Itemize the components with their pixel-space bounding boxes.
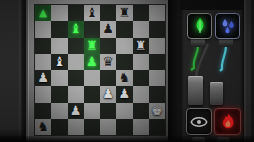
- piece-green-triangle[interactable]: ▲: [39, 5, 47, 21]
- square-h7[interactable]: [149, 21, 165, 37]
- floor-shadow-strip: [0, 136, 254, 142]
- square-a4[interactable]: ♟: [35, 70, 51, 86]
- wall-shadow-gap: [168, 0, 180, 142]
- square-g4[interactable]: [133, 70, 149, 86]
- leaf-socket-plate[interactable]: [187, 13, 212, 39]
- square-c3[interactable]: [68, 86, 84, 102]
- plug-right[interactable]: [210, 82, 223, 105]
- square-h5[interactable]: [149, 54, 165, 70]
- square-a6[interactable]: [35, 38, 51, 54]
- square-c2[interactable]: ♟: [68, 103, 84, 119]
- square-h6[interactable]: [149, 38, 165, 54]
- square-f6[interactable]: [116, 38, 132, 54]
- square-a2[interactable]: [35, 103, 51, 119]
- square-e6[interactable]: [100, 38, 116, 54]
- square-c8[interactable]: [68, 5, 84, 21]
- water-socket-stub[interactable]: [219, 38, 233, 47]
- piece-white-bishop[interactable]: ♝: [54, 54, 66, 70]
- piece-black-bishop[interactable]: ♝: [86, 5, 98, 21]
- square-b4[interactable]: [51, 70, 67, 86]
- square-b3[interactable]: [51, 86, 67, 102]
- square-d5[interactable]: ♟: [84, 54, 100, 70]
- chess-board[interactable]: ▲♝♜♝♟♜♜♝♟♛♟♞♟♟♟♚♞: [35, 5, 165, 135]
- square-f7[interactable]: [116, 21, 132, 37]
- square-e8[interactable]: [100, 5, 116, 21]
- plug-left[interactable]: [188, 76, 203, 105]
- square-h2[interactable]: ♚: [149, 103, 165, 119]
- square-g3[interactable]: [133, 86, 149, 102]
- square-g7[interactable]: [133, 21, 149, 37]
- piece-green-bishop[interactable]: ♝: [70, 21, 82, 37]
- piece-green-pawn[interactable]: ♟: [86, 54, 98, 70]
- square-d4[interactable]: [84, 70, 100, 86]
- square-f1[interactable]: [116, 119, 132, 135]
- square-f4[interactable]: ♞: [116, 70, 132, 86]
- square-b8[interactable]: [51, 5, 67, 21]
- square-e2[interactable]: [100, 103, 116, 119]
- piece-white-rook[interactable]: ♜: [135, 38, 147, 54]
- piece-black-knight[interactable]: ♞: [119, 70, 131, 86]
- square-d2[interactable]: [84, 103, 100, 119]
- square-d3[interactable]: [84, 86, 100, 102]
- piece-white-king[interactable]: ♚: [151, 103, 163, 119]
- square-b6[interactable]: [51, 38, 67, 54]
- square-f2[interactable]: [116, 103, 132, 119]
- chess-board-frame: ▲♝♜♝♟♜♜♝♟♛♟♞♟♟♟♚♞: [26, 0, 172, 142]
- leaf-socket-stub[interactable]: [191, 38, 205, 47]
- square-b7[interactable]: [51, 21, 67, 37]
- fire-plate[interactable]: [214, 108, 241, 135]
- square-d7[interactable]: [84, 21, 100, 37]
- piece-black-knight[interactable]: ♞: [37, 119, 49, 135]
- square-c5[interactable]: [68, 54, 84, 70]
- square-g6[interactable]: ♜: [133, 38, 149, 54]
- square-c1[interactable]: [68, 119, 84, 135]
- water-socket-plate[interactable]: [215, 13, 240, 39]
- square-d1[interactable]: [84, 119, 100, 135]
- fire-icon: [221, 113, 235, 130]
- piece-black-pawn[interactable]: ♟: [102, 21, 114, 37]
- square-h4[interactable]: [149, 70, 165, 86]
- square-b1[interactable]: [51, 119, 67, 135]
- side-panel: [180, 0, 254, 142]
- square-e1[interactable]: [100, 119, 116, 135]
- eye-icon: [190, 116, 208, 128]
- square-g5[interactable]: [133, 54, 149, 70]
- panel-top-shadow: [180, 0, 254, 10]
- piece-green-rook[interactable]: ♜: [86, 38, 98, 54]
- square-c7[interactable]: ♝: [68, 21, 84, 37]
- piece-white-pawn[interactable]: ♟: [102, 86, 114, 102]
- square-a8[interactable]: ▲: [35, 5, 51, 21]
- piece-black-queen[interactable]: ♛: [102, 54, 114, 70]
- square-h8[interactable]: [149, 5, 165, 21]
- square-g1[interactable]: [133, 119, 149, 135]
- leaf-icon: [193, 17, 207, 35]
- square-a7[interactable]: [35, 21, 51, 37]
- square-b5[interactable]: ♝: [51, 54, 67, 70]
- square-b2[interactable]: [51, 103, 67, 119]
- water-drops-icon: [220, 17, 236, 35]
- square-f3[interactable]: ♟: [116, 86, 132, 102]
- piece-black-rook[interactable]: ♜: [119, 5, 131, 21]
- piece-white-pawn[interactable]: ♟: [119, 86, 131, 102]
- square-a5[interactable]: [35, 54, 51, 70]
- square-f8[interactable]: ♜: [116, 5, 132, 21]
- square-g8[interactable]: [133, 5, 149, 21]
- square-a1[interactable]: ♞: [35, 119, 51, 135]
- square-e4[interactable]: [100, 70, 116, 86]
- square-d6[interactable]: ♜: [84, 38, 100, 54]
- piece-white-pawn[interactable]: ♟: [37, 70, 49, 86]
- left-wall: [0, 0, 27, 142]
- square-e7[interactable]: ♟: [100, 21, 116, 37]
- square-d8[interactable]: ♝: [84, 5, 100, 21]
- square-c6[interactable]: [68, 38, 84, 54]
- square-e3[interactable]: ♟: [100, 86, 116, 102]
- square-a3[interactable]: [35, 86, 51, 102]
- square-f5[interactable]: [116, 54, 132, 70]
- panel-right-edge: [244, 0, 254, 142]
- square-c4[interactable]: [68, 70, 84, 86]
- square-h3[interactable]: [149, 86, 165, 102]
- square-g2[interactable]: [133, 103, 149, 119]
- piece-white-pawn[interactable]: ♟: [70, 103, 82, 119]
- square-h1[interactable]: [149, 119, 165, 135]
- square-e5[interactable]: ♛: [100, 54, 116, 70]
- eye-plate[interactable]: [186, 108, 212, 135]
